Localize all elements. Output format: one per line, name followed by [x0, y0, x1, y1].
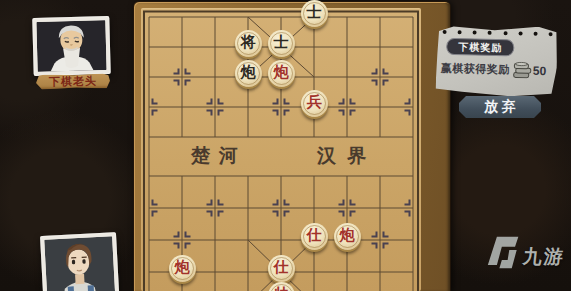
reward-amount: 50 — [533, 63, 547, 77]
piece-black-炮[interactable]: 炮 — [235, 60, 262, 87]
piece-character: 炮 — [241, 65, 256, 80]
9game-watermark: 九游 — [487, 234, 565, 271]
reward-note: 下棋奖励 赢棋获得奖励 50 — [435, 25, 557, 98]
piece-red-炮[interactable]: 炮 — [334, 223, 361, 250]
piece-character: 士 — [307, 5, 322, 20]
piece-character: 仕 — [307, 228, 322, 243]
9game-logo-text: 九游 — [522, 244, 567, 270]
piece-character: 仕 — [274, 260, 289, 275]
piece-character: 炮 — [175, 260, 190, 275]
piece-character: 将 — [241, 35, 256, 50]
river-label-right: 汉界 — [317, 145, 377, 167]
piece-character: 炮 — [340, 228, 355, 243]
game-screen: 楚河 汉界 士将士炮炮兵仕炮炮仕帅 下棋老头 — [0, 0, 571, 291]
reward-title-badge: 下棋奖励 — [446, 38, 514, 56]
reward-title: 下棋奖励 — [458, 40, 502, 55]
young-man-portrait — [44, 236, 116, 291]
abandon-button[interactable]: 放弃 — [459, 96, 541, 118]
9game-logo-icon — [487, 234, 520, 271]
piece-character: 兵 — [307, 95, 322, 110]
old-man-portrait — [36, 20, 106, 72]
piece-red-仕[interactable]: 仕 — [301, 223, 328, 250]
piece-red-兵[interactable]: 兵 — [301, 90, 328, 117]
note-punch-holes — [443, 30, 553, 36]
piece-black-将[interactable]: 将 — [235, 30, 262, 57]
piece-character: 炮 — [274, 65, 289, 80]
piece-black-士[interactable]: 士 — [268, 30, 295, 57]
opponent-avatar — [32, 16, 110, 76]
piece-character: 帅 — [274, 287, 289, 291]
opponent-name-plaque: 下棋老头 — [36, 73, 110, 89]
piece-black-士[interactable]: 士 — [301, 0, 328, 27]
player-avatar — [40, 232, 120, 291]
reward-line: 赢棋获得奖励 50 — [441, 60, 547, 79]
silver-stack-icon — [512, 61, 532, 78]
reward-description: 赢棋获得奖励 — [441, 61, 510, 77]
river-label-left: 楚河 — [191, 145, 247, 167]
piece-character: 士 — [274, 35, 289, 50]
opponent-name: 下棋老头 — [49, 74, 97, 90]
piece-red-仕[interactable]: 仕 — [268, 255, 295, 282]
piece-red-炮[interactable]: 炮 — [169, 255, 196, 282]
abandon-button-label: 放弃 — [484, 98, 520, 116]
piece-red-炮[interactable]: 炮 — [268, 60, 295, 87]
